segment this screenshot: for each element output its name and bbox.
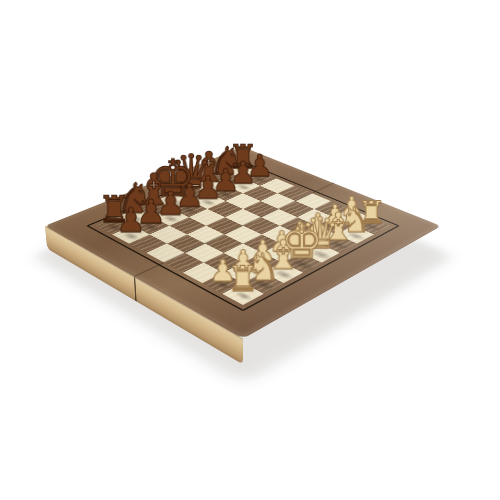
product-photo-stage: ♜♞♝♛♚♝♞♜♟♟♟♟♟♟♟♟♟♟♟♟♟♟♟♟♜♞♝♛♚♝♞♜ — [0, 0, 500, 500]
black-pawn-glyph: ♟ — [96, 203, 165, 237]
white-rook-glyph: ♜ — [205, 261, 282, 296]
hinge-seam-gap — [134, 277, 137, 302]
chess-board: ♜♞♝♛♚♝♞♜♟♟♟♟♟♟♟♟♟♟♟♟♟♟♟♟♜♞♝♛♚♝♞♜ — [45, 147, 441, 339]
board-scene: ♜♞♝♛♚♝♞♜♟♟♟♟♟♟♟♟♟♟♟♟♟♟♟♟♜♞♝♛♚♝♞♜ — [103, 86, 383, 366]
